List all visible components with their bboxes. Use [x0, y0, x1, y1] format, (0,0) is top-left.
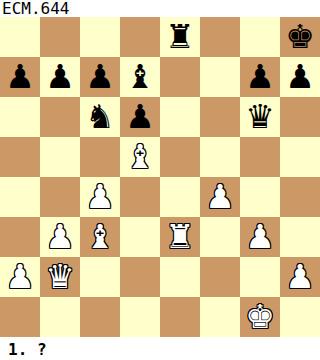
square-g4[interactable]	[240, 177, 280, 217]
square-g5[interactable]	[240, 137, 280, 177]
square-c3[interactable]: ♝	[80, 217, 120, 257]
square-e8[interactable]: ♜	[160, 17, 200, 57]
black-king-h8: ♚	[285, 17, 315, 57]
square-g2[interactable]	[240, 257, 280, 297]
square-h1[interactable]	[280, 297, 320, 337]
square-d8[interactable]	[120, 17, 160, 57]
square-d6[interactable]: ♟	[120, 97, 160, 137]
black-bishop-d7: ♝	[125, 57, 155, 97]
square-f1[interactable]	[200, 297, 240, 337]
square-h7[interactable]: ♟	[280, 57, 320, 97]
square-h4[interactable]	[280, 177, 320, 217]
square-f4[interactable]: ♟	[200, 177, 240, 217]
square-b1[interactable]	[40, 297, 80, 337]
square-a3[interactable]	[0, 217, 40, 257]
square-c4[interactable]: ♟	[80, 177, 120, 217]
square-a2[interactable]: ♟	[0, 257, 40, 297]
white-queen-b2: ♛	[45, 257, 75, 297]
white-rook-e3: ♜	[165, 217, 195, 257]
white-pawn-f4: ♟	[205, 177, 235, 217]
square-g8[interactable]	[240, 17, 280, 57]
black-rook-e8: ♜	[165, 17, 195, 57]
black-pawn-h7: ♟	[285, 57, 315, 97]
square-c8[interactable]	[80, 17, 120, 57]
square-b4[interactable]	[40, 177, 80, 217]
move-prompt: 1. ?	[0, 337, 320, 360]
square-h5[interactable]	[280, 137, 320, 177]
black-knight-c6: ♞	[85, 97, 115, 137]
square-e7[interactable]	[160, 57, 200, 97]
chess-board: ♜♚♟♟♟♝♟♟♞♟♛♝♟♟♟♝♜♟♟♛♟♚	[0, 17, 320, 337]
square-b7[interactable]: ♟	[40, 57, 80, 97]
square-g1[interactable]: ♚	[240, 297, 280, 337]
square-a7[interactable]: ♟	[0, 57, 40, 97]
white-bishop-d5: ♝	[125, 137, 155, 177]
square-b3[interactable]: ♟	[40, 217, 80, 257]
black-pawn-d6: ♟	[125, 97, 155, 137]
square-b8[interactable]	[40, 17, 80, 57]
square-a6[interactable]	[0, 97, 40, 137]
square-h2[interactable]: ♟	[280, 257, 320, 297]
square-c6[interactable]: ♞	[80, 97, 120, 137]
square-a4[interactable]	[0, 177, 40, 217]
white-king-g1: ♚	[245, 297, 275, 337]
white-bishop-c3: ♝	[85, 217, 115, 257]
black-pawn-a7: ♟	[5, 57, 35, 97]
square-e5[interactable]	[160, 137, 200, 177]
square-d5[interactable]: ♝	[120, 137, 160, 177]
square-b2[interactable]: ♛	[40, 257, 80, 297]
black-queen-g6: ♛	[245, 97, 275, 137]
black-pawn-b7: ♟	[45, 57, 75, 97]
square-f3[interactable]	[200, 217, 240, 257]
square-e6[interactable]	[160, 97, 200, 137]
square-h6[interactable]	[280, 97, 320, 137]
square-d1[interactable]	[120, 297, 160, 337]
square-f6[interactable]	[200, 97, 240, 137]
white-pawn-g3: ♟	[245, 217, 275, 257]
white-pawn-h2: ♟	[285, 257, 315, 297]
square-e2[interactable]	[160, 257, 200, 297]
square-a5[interactable]	[0, 137, 40, 177]
square-e1[interactable]	[160, 297, 200, 337]
square-e3[interactable]: ♜	[160, 217, 200, 257]
square-c5[interactable]	[80, 137, 120, 177]
square-b5[interactable]	[40, 137, 80, 177]
square-d3[interactable]	[120, 217, 160, 257]
black-pawn-c7: ♟	[85, 57, 115, 97]
square-g3[interactable]: ♟	[240, 217, 280, 257]
square-c1[interactable]	[80, 297, 120, 337]
square-d4[interactable]	[120, 177, 160, 217]
square-f2[interactable]	[200, 257, 240, 297]
page-title: ECM.644	[0, 0, 320, 17]
square-b6[interactable]	[40, 97, 80, 137]
square-a8[interactable]	[0, 17, 40, 57]
square-h8[interactable]: ♚	[280, 17, 320, 57]
white-pawn-a2: ♟	[5, 257, 35, 297]
square-f5[interactable]	[200, 137, 240, 177]
white-pawn-c4: ♟	[85, 177, 115, 217]
square-g6[interactable]: ♛	[240, 97, 280, 137]
square-f7[interactable]	[200, 57, 240, 97]
square-e4[interactable]	[160, 177, 200, 217]
white-pawn-b3: ♟	[45, 217, 75, 257]
black-pawn-g7: ♟	[245, 57, 275, 97]
square-d7[interactable]: ♝	[120, 57, 160, 97]
square-c2[interactable]	[80, 257, 120, 297]
square-h3[interactable]	[280, 217, 320, 257]
square-c7[interactable]: ♟	[80, 57, 120, 97]
square-a1[interactable]	[0, 297, 40, 337]
square-f8[interactable]	[200, 17, 240, 57]
square-d2[interactable]	[120, 257, 160, 297]
square-g7[interactable]: ♟	[240, 57, 280, 97]
